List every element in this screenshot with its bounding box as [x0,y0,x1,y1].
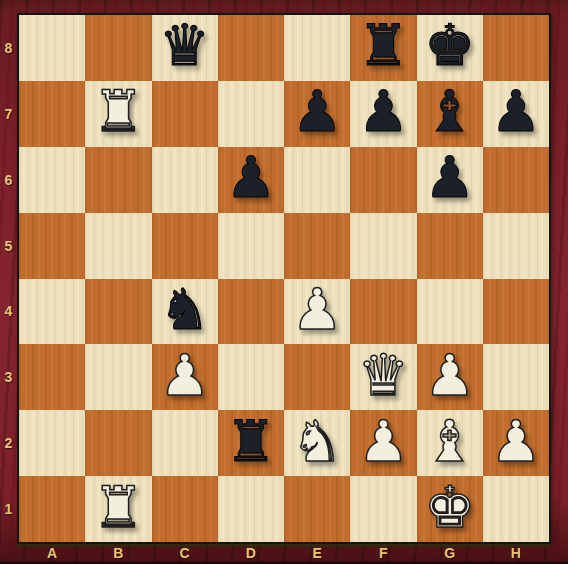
square-b6[interactable] [85,147,151,213]
square-g2[interactable]: ♝ [417,410,483,476]
square-d5[interactable] [218,213,284,279]
file-label-c: C [152,544,218,562]
piece-black-knight[interactable]: ♞ [159,281,210,338]
square-e5[interactable] [284,213,350,279]
square-c3[interactable]: ♟ [152,344,218,410]
square-e7[interactable]: ♟ [284,81,350,147]
square-h3[interactable] [483,344,549,410]
square-d2[interactable]: ♜ [218,410,284,476]
piece-black-pawn[interactable]: ♟ [358,83,409,140]
square-h5[interactable] [483,213,549,279]
square-c4[interactable]: ♞ [152,279,218,345]
square-b8[interactable] [85,15,151,81]
square-c7[interactable] [152,81,218,147]
piece-white-bishop[interactable]: ♝ [424,413,475,470]
square-c1[interactable] [152,476,218,542]
square-h4[interactable] [483,279,549,345]
square-g4[interactable] [417,279,483,345]
rank-label-3: 3 [0,344,17,410]
square-d3[interactable] [218,344,284,410]
square-e2[interactable]: ♞ [284,410,350,476]
square-g7[interactable]: ♝ [417,81,483,147]
file-label-g: G [417,544,483,562]
file-label-e: E [284,544,350,562]
square-a3[interactable] [19,344,85,410]
square-d4[interactable] [218,279,284,345]
square-h7[interactable]: ♟ [483,81,549,147]
square-f7[interactable]: ♟ [350,81,416,147]
square-h1[interactable] [483,476,549,542]
rank-labels: 87654321 [0,15,17,542]
square-f4[interactable] [350,279,416,345]
square-f8[interactable]: ♜ [350,15,416,81]
rank-label-1: 1 [0,476,17,542]
piece-black-pawn[interactable]: ♟ [225,149,276,206]
square-f1[interactable] [350,476,416,542]
rank-label-2: 2 [0,410,17,476]
square-c2[interactable] [152,410,218,476]
piece-white-pawn[interactable]: ♟ [490,413,541,470]
square-e1[interactable] [284,476,350,542]
piece-black-rook[interactable]: ♜ [225,413,276,470]
file-label-a: A [19,544,85,562]
square-h6[interactable] [483,147,549,213]
piece-black-pawn[interactable]: ♟ [490,83,541,140]
square-c5[interactable] [152,213,218,279]
square-g3[interactable]: ♟ [417,344,483,410]
chess-board: ♛♜♚♜♟♟♝♟♟♟♞♟♟♛♟♜♞♟♝♟♜♚ [17,13,551,544]
square-h8[interactable] [483,15,549,81]
square-b3[interactable] [85,344,151,410]
file-labels: ABCDEFGH [19,544,549,562]
piece-black-bishop[interactable]: ♝ [424,83,475,140]
rank-label-4: 4 [0,279,17,345]
square-e6[interactable] [284,147,350,213]
square-f5[interactable] [350,213,416,279]
square-d8[interactable] [218,15,284,81]
rank-label-8: 8 [0,15,17,81]
square-f3[interactable]: ♛ [350,344,416,410]
square-h2[interactable]: ♟ [483,410,549,476]
square-d6[interactable]: ♟ [218,147,284,213]
square-b7[interactable]: ♜ [85,81,151,147]
piece-white-knight[interactable]: ♞ [292,413,343,470]
square-c6[interactable] [152,147,218,213]
square-a4[interactable] [19,279,85,345]
piece-black-pawn[interactable]: ♟ [292,83,343,140]
chess-board-frame: 87654321 ♛♜♚♜♟♟♝♟♟♟♞♟♟♛♟♜♞♟♝♟♜♚ ABCDEFGH [0,0,568,564]
piece-white-rook[interactable]: ♜ [93,479,144,536]
square-g5[interactable] [417,213,483,279]
square-a5[interactable] [19,213,85,279]
file-label-h: H [483,544,549,562]
piece-white-pawn[interactable]: ♟ [358,413,409,470]
square-a6[interactable] [19,147,85,213]
piece-white-queen[interactable]: ♛ [358,347,409,404]
square-b5[interactable] [85,213,151,279]
piece-black-pawn[interactable]: ♟ [424,149,475,206]
file-label-d: D [218,544,284,562]
square-d1[interactable] [218,476,284,542]
piece-white-king[interactable]: ♚ [424,479,475,536]
rank-label-7: 7 [0,81,17,147]
square-e4[interactable]: ♟ [284,279,350,345]
file-label-b: B [85,544,151,562]
square-a7[interactable] [19,81,85,147]
square-a1[interactable] [19,476,85,542]
piece-white-pawn[interactable]: ♟ [159,347,210,404]
square-b2[interactable] [85,410,151,476]
piece-black-queen[interactable]: ♛ [159,17,210,74]
rank-label-6: 6 [0,147,17,213]
file-label-f: F [350,544,416,562]
rank-label-5: 5 [0,213,17,279]
square-g6[interactable]: ♟ [417,147,483,213]
square-b1[interactable]: ♜ [85,476,151,542]
piece-white-pawn[interactable]: ♟ [424,347,475,404]
piece-white-pawn[interactable]: ♟ [292,281,343,338]
square-d7[interactable] [218,81,284,147]
piece-black-rook[interactable]: ♜ [358,17,409,74]
square-b4[interactable] [85,279,151,345]
square-g1[interactable]: ♚ [417,476,483,542]
square-a2[interactable] [19,410,85,476]
square-f6[interactable] [350,147,416,213]
square-e3[interactable] [284,344,350,410]
square-c8[interactable]: ♛ [152,15,218,81]
square-f2[interactable]: ♟ [350,410,416,476]
piece-black-king[interactable]: ♚ [424,17,475,74]
square-g8[interactable]: ♚ [417,15,483,81]
piece-white-rook[interactable]: ♜ [93,83,144,140]
square-a8[interactable] [19,15,85,81]
square-e8[interactable] [284,15,350,81]
